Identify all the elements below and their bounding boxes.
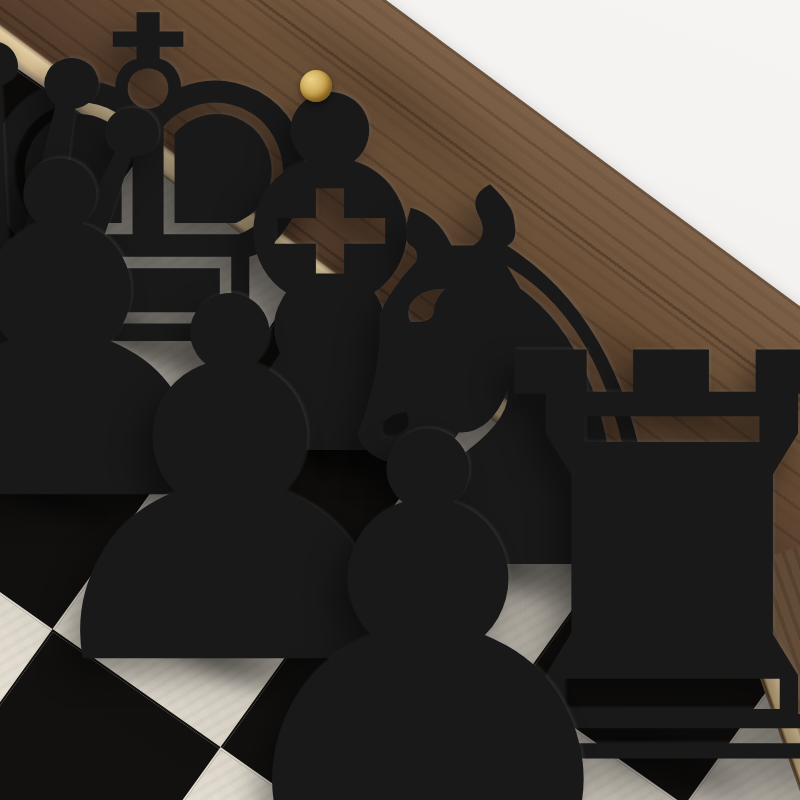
bishop-finial-brass-ball bbox=[300, 70, 332, 102]
chess-set-photo: ♚♛♝♟♞♟♜♟ bbox=[0, 0, 800, 800]
black-pawn-piece-g7[interactable]: ♟ bbox=[168, 368, 688, 800]
